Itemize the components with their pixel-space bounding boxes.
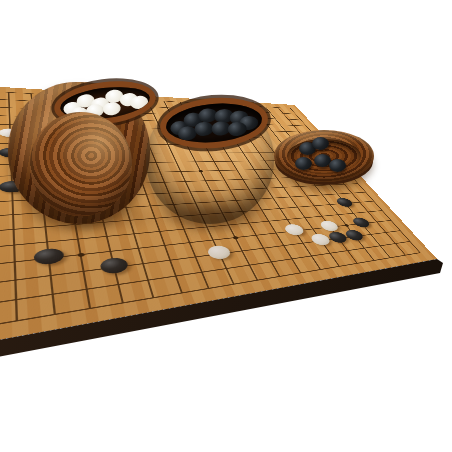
black-bowl-opening xyxy=(165,100,264,146)
black-stone-in-bowl xyxy=(227,121,247,137)
black-stone[interactable] xyxy=(350,217,372,228)
captured-black-stone xyxy=(295,157,312,170)
white-stone-in-bowl xyxy=(102,101,121,116)
star-point xyxy=(265,124,269,126)
captured-black-stone xyxy=(312,137,329,150)
star-point xyxy=(232,236,238,239)
white-stone[interactable] xyxy=(318,220,341,232)
star-point xyxy=(344,224,349,227)
captured-stones-tray xyxy=(274,130,374,186)
white-stone[interactable] xyxy=(282,223,306,235)
white-stone[interactable] xyxy=(205,245,232,260)
captured-black-stone xyxy=(329,159,346,172)
black-stone[interactable] xyxy=(33,247,64,265)
black-stone[interactable] xyxy=(334,197,355,207)
white-bowl-lid xyxy=(30,112,132,216)
black-stone-bowl xyxy=(146,98,274,224)
black-stone[interactable] xyxy=(99,256,129,274)
star-point xyxy=(77,253,84,257)
goban-photo xyxy=(0,0,452,452)
grid-line-horizontal xyxy=(0,252,420,328)
